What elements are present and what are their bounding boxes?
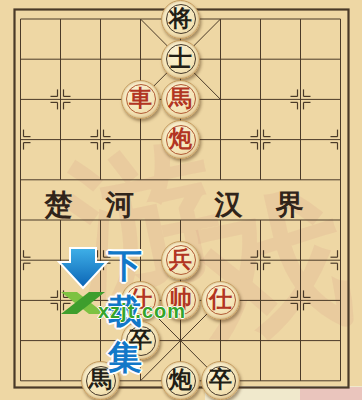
- red-chariot[interactable]: 車: [121, 80, 160, 119]
- piece-glyph: 炮: [169, 127, 192, 150]
- black-horse[interactable]: 馬: [81, 361, 120, 400]
- red-advisor-left[interactable]: 仕: [121, 281, 160, 320]
- piece-glyph: 将: [169, 7, 192, 30]
- red-advisor-right[interactable]: 仕: [201, 281, 240, 320]
- piece-layer: 将士車馬炮兵仕帅仕卒馬炮卒: [1, 0, 361, 400]
- piece-glyph: 帅: [169, 288, 192, 311]
- piece-glyph: 卒: [129, 328, 152, 351]
- black-cannon[interactable]: 炮: [161, 361, 200, 400]
- red-cannon[interactable]: 炮: [161, 120, 200, 159]
- black-soldier-1[interactable]: 卒: [121, 321, 160, 360]
- red-horse[interactable]: 馬: [161, 80, 200, 119]
- piece-glyph: 仕: [209, 288, 232, 311]
- piece-glyph: 卒: [209, 368, 232, 391]
- piece-glyph: 馬: [89, 368, 112, 391]
- black-general[interactable]: 将: [161, 0, 200, 39]
- red-soldier[interactable]: 兵: [161, 241, 200, 280]
- red-general[interactable]: 帅: [161, 281, 200, 320]
- piece-glyph: 兵: [169, 248, 192, 271]
- piece-glyph: 車: [129, 87, 152, 110]
- piece-glyph: 仕: [129, 288, 152, 311]
- piece-glyph: 馬: [169, 87, 192, 110]
- black-soldier-2[interactable]: 卒: [201, 361, 240, 400]
- xiangqi-board: 游 戏 楚河 汉界 将士車馬炮兵仕帅仕卒馬炮卒 下载集 xzjt.com: [0, 0, 362, 400]
- black-advisor[interactable]: 士: [161, 40, 200, 79]
- piece-glyph: 士: [169, 47, 192, 70]
- piece-glyph: 炮: [169, 368, 192, 391]
